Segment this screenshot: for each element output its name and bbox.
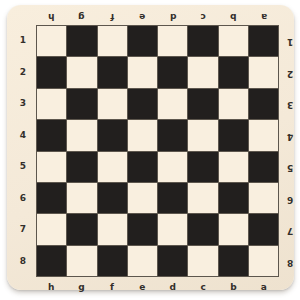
square-b8[interactable] [219, 246, 248, 276]
square-a2[interactable] [249, 57, 278, 87]
square-b4[interactable] [219, 120, 248, 150]
rank-labels-right: 12345678 [280, 25, 300, 277]
square-h2[interactable] [37, 57, 66, 87]
rank-label-left-6: 6 [13, 183, 33, 215]
file-label-top-c: c [188, 9, 218, 24]
square-c2[interactable] [188, 57, 217, 87]
square-g5[interactable] [67, 152, 96, 182]
rank-label-right-6: 6 [280, 183, 300, 215]
square-d6[interactable] [158, 183, 187, 213]
square-b5[interactable] [219, 152, 248, 182]
square-f4[interactable] [98, 120, 127, 150]
file-label-bottom-h: h [36, 279, 66, 295]
square-f8[interactable] [98, 246, 127, 276]
square-h3[interactable] [37, 89, 66, 119]
square-a5[interactable] [249, 152, 278, 182]
square-g4[interactable] [67, 120, 96, 150]
square-g8[interactable] [67, 246, 96, 276]
file-label-top-h: h [36, 9, 66, 24]
square-g6[interactable] [67, 183, 96, 213]
square-c5[interactable] [188, 152, 217, 182]
square-f2[interactable] [98, 57, 127, 87]
square-d3[interactable] [158, 89, 187, 119]
file-label-bottom-e: e [127, 279, 157, 295]
square-b1[interactable] [219, 26, 248, 56]
square-g2[interactable] [67, 57, 96, 87]
square-c7[interactable] [188, 214, 217, 244]
file-label-top-f: f [97, 9, 127, 24]
square-d4[interactable] [158, 120, 187, 150]
square-f5[interactable] [98, 152, 127, 182]
square-f7[interactable] [98, 214, 127, 244]
file-label-top-d: d [158, 9, 188, 24]
square-g1[interactable] [67, 26, 96, 56]
square-h8[interactable] [37, 246, 66, 276]
rank-label-left-8: 8 [13, 246, 33, 278]
square-a8[interactable] [249, 246, 278, 276]
square-e1[interactable] [128, 26, 157, 56]
square-c6[interactable] [188, 183, 217, 213]
square-e4[interactable] [128, 120, 157, 150]
square-a1[interactable] [249, 26, 278, 56]
file-label-bottom-d: d [158, 279, 188, 295]
square-d8[interactable] [158, 246, 187, 276]
file-label-bottom-a: a [249, 279, 279, 295]
square-f6[interactable] [98, 183, 127, 213]
chess-mat: hgfedcba 12345678 12345678 hgfedcba [7, 5, 294, 290]
square-b6[interactable] [219, 183, 248, 213]
rank-label-right-3: 3 [280, 88, 300, 120]
rank-label-right-1: 1 [280, 25, 300, 57]
square-b7[interactable] [219, 214, 248, 244]
file-label-bottom-c: c [188, 279, 218, 295]
square-h7[interactable] [37, 214, 66, 244]
square-h1[interactable] [37, 26, 66, 56]
rank-labels-left: 12345678 [13, 25, 33, 277]
square-c3[interactable] [188, 89, 217, 119]
rank-label-right-7: 7 [280, 214, 300, 246]
square-c8[interactable] [188, 246, 217, 276]
square-e2[interactable] [128, 57, 157, 87]
rank-label-right-2: 2 [280, 57, 300, 89]
square-e7[interactable] [128, 214, 157, 244]
file-label-bottom-g: g [66, 279, 96, 295]
rank-label-left-7: 7 [13, 214, 33, 246]
square-f1[interactable] [98, 26, 127, 56]
square-h4[interactable] [37, 120, 66, 150]
file-label-bottom-f: f [97, 279, 127, 295]
square-f3[interactable] [98, 89, 127, 119]
square-d2[interactable] [158, 57, 187, 87]
square-e6[interactable] [128, 183, 157, 213]
file-label-top-g: g [66, 9, 96, 24]
file-label-top-a: a [249, 9, 279, 24]
square-a3[interactable] [249, 89, 278, 119]
square-e3[interactable] [128, 89, 157, 119]
file-label-bottom-b: b [218, 279, 248, 295]
rank-label-right-4: 4 [280, 120, 300, 152]
file-labels-bottom: hgfedcba [36, 279, 279, 295]
file-labels-top: hgfedcba [36, 9, 279, 24]
chess-board [36, 25, 279, 277]
file-label-top-b: b [218, 9, 248, 24]
rank-label-right-5: 5 [280, 151, 300, 183]
square-a7[interactable] [249, 214, 278, 244]
square-b2[interactable] [219, 57, 248, 87]
rank-label-left-3: 3 [13, 88, 33, 120]
square-h6[interactable] [37, 183, 66, 213]
square-b3[interactable] [219, 89, 248, 119]
square-d1[interactable] [158, 26, 187, 56]
square-g7[interactable] [67, 214, 96, 244]
product-photo-scene: hgfedcba 12345678 12345678 hgfedcba [0, 0, 300, 300]
rank-label-left-4: 4 [13, 120, 33, 152]
square-c4[interactable] [188, 120, 217, 150]
square-h5[interactable] [37, 152, 66, 182]
square-d7[interactable] [158, 214, 187, 244]
rank-label-left-2: 2 [13, 57, 33, 89]
square-g3[interactable] [67, 89, 96, 119]
square-a4[interactable] [249, 120, 278, 150]
square-d5[interactable] [158, 152, 187, 182]
square-c1[interactable] [188, 26, 217, 56]
square-a6[interactable] [249, 183, 278, 213]
rank-label-left-1: 1 [13, 25, 33, 57]
square-e5[interactable] [128, 152, 157, 182]
rank-label-right-8: 8 [280, 246, 300, 278]
square-e8[interactable] [128, 246, 157, 276]
file-label-top-e: e [127, 9, 157, 24]
rank-label-left-5: 5 [13, 151, 33, 183]
